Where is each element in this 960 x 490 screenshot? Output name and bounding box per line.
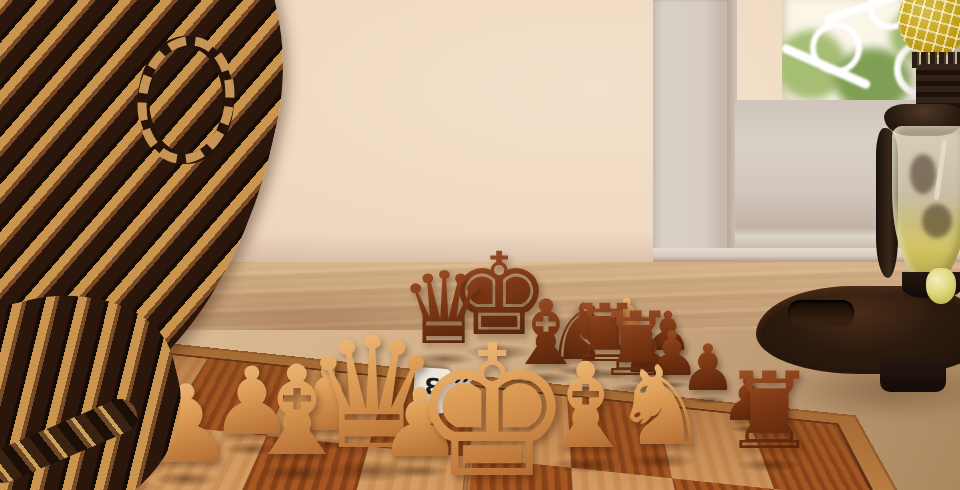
trivet-leg — [880, 358, 946, 392]
trivet-handle-slot — [788, 300, 854, 326]
photo-scene: ♜♟♟♝♟♛♟♚♝♞♟♛♚♝♞♜♜♟♟♟♟♟♜3 — [0, 0, 960, 490]
piece-white-bishop-c3[interactable]: ♝ — [241, 349, 352, 473]
piece-black-rook-h4[interactable]: ♜ — [721, 359, 816, 465]
glass-reflection — [922, 204, 952, 238]
piece-white-king-e3[interactable]: ♚ — [410, 321, 573, 490]
lamp-glass-bead — [926, 268, 956, 304]
glass-reflection — [910, 154, 936, 194]
window-frame-left — [653, 0, 737, 262]
